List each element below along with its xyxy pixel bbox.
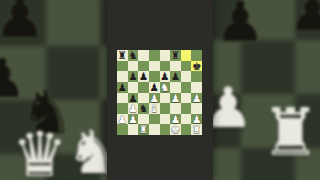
square-h7[interactable]: ♚ — [191, 61, 202, 72]
piece-white-pawn[interactable]: ♟ — [118, 114, 127, 125]
square-a4[interactable] — [117, 93, 128, 104]
piece-black-pawn[interactable]: ♟ — [171, 71, 180, 82]
piece-black-pawn[interactable]: ♟ — [149, 82, 158, 93]
square-a7[interactable] — [117, 61, 128, 72]
bg-white-queen-icon: ♛ — [12, 124, 68, 180]
piece-white-king[interactable]: ♚ — [171, 124, 180, 135]
square-g6[interactable] — [181, 71, 192, 82]
square-b6[interactable]: ♟ — [128, 71, 139, 82]
square-e3[interactable] — [160, 103, 171, 114]
square-d5[interactable]: ♟ — [149, 82, 160, 93]
square-a8[interactable]: ♜ — [117, 50, 128, 61]
piece-black-pawn[interactable]: ♟ — [128, 71, 137, 82]
piece-black-king[interactable]: ♚ — [192, 61, 201, 72]
square-e2[interactable] — [160, 114, 171, 125]
piece-black-pawn[interactable]: ♟ — [139, 71, 148, 82]
video-frame[interactable]: ♟♟♞♛♞ ♟♟♟♜ ♜♞♜♚♟♟♟♟♟♟♞♟♟♟♟♟♞♝♟♟♟♟♜♚♜ — [0, 0, 320, 180]
square-g4[interactable] — [181, 93, 192, 104]
square-f5[interactable] — [170, 82, 181, 93]
square-g7[interactable] — [181, 61, 192, 72]
piece-white-rook[interactable]: ♜ — [139, 124, 148, 135]
square-b1[interactable] — [128, 124, 139, 135]
square-e4[interactable] — [160, 93, 171, 104]
square-b8[interactable]: ♞ — [128, 50, 139, 61]
square-c6[interactable]: ♟ — [138, 71, 149, 82]
square-e5[interactable]: ♞ — [160, 82, 171, 93]
square-a5[interactable]: ♟ — [117, 82, 128, 93]
bg-white-pawn-icon: ♟ — [213, 80, 253, 136]
square-h1[interactable]: ♜ — [191, 124, 202, 135]
square-f1[interactable]: ♚ — [170, 124, 181, 135]
square-a2[interactable]: ♟ — [117, 114, 128, 125]
square-g5[interactable] — [181, 82, 192, 93]
square-g8[interactable] — [181, 50, 192, 61]
bg-black-pawn-icon: ♟ — [0, 0, 46, 46]
piece-black-rook[interactable]: ♜ — [171, 50, 180, 61]
square-f4[interactable]: ♟ — [170, 93, 181, 104]
square-g1[interactable] — [181, 124, 192, 135]
square-f6[interactable]: ♟ — [170, 71, 181, 82]
square-h6[interactable] — [191, 71, 202, 82]
square-c8[interactable] — [138, 50, 149, 61]
square-f8[interactable]: ♜ — [170, 50, 181, 61]
chess-board[interactable]: ♜♞♜♚♟♟♟♟♟♟♞♟♟♟♟♟♞♝♟♟♟♟♜♚♜ — [117, 50, 202, 135]
piece-white-pawn[interactable]: ♟ — [192, 93, 201, 104]
square-b2[interactable]: ♟ — [128, 114, 139, 125]
piece-black-knight[interactable]: ♞ — [139, 103, 148, 114]
piece-white-pawn[interactable]: ♟ — [128, 114, 137, 125]
square-b5[interactable] — [128, 82, 139, 93]
square-d1[interactable] — [149, 124, 160, 135]
piece-black-pawn[interactable]: ♟ — [118, 82, 127, 93]
square-d8[interactable] — [149, 50, 160, 61]
square-h4[interactable]: ♟ — [191, 93, 202, 104]
square-g3[interactable] — [181, 103, 192, 114]
background-blur-left: ♟♟♞♛♞ — [0, 0, 107, 180]
bg-white-rook-icon: ♜ — [261, 100, 320, 166]
square-e1[interactable] — [160, 124, 171, 135]
piece-white-rook[interactable]: ♜ — [192, 124, 201, 135]
bg-black-pawn-icon: ♟ — [289, 0, 320, 38]
bg-black-pawn-icon: ♟ — [215, 0, 265, 50]
square-c3[interactable]: ♞ — [138, 103, 149, 114]
square-a1[interactable] — [117, 124, 128, 135]
square-e8[interactable] — [160, 50, 171, 61]
background-blur-right: ♟♟♟♜ — [213, 0, 320, 180]
square-g2[interactable] — [181, 114, 192, 125]
piece-black-knight[interactable]: ♞ — [128, 50, 137, 61]
square-d7[interactable] — [149, 61, 160, 72]
bg-white-knight-icon: ♞ — [66, 122, 107, 180]
square-c1[interactable]: ♜ — [138, 124, 149, 135]
square-d3[interactable]: ♝ — [149, 103, 160, 114]
square-h5[interactable] — [191, 82, 202, 93]
piece-white-bishop[interactable]: ♝ — [149, 103, 158, 114]
square-c5[interactable] — [138, 82, 149, 93]
square-d2[interactable] — [149, 114, 160, 125]
piece-white-pawn[interactable]: ♟ — [171, 93, 180, 104]
piece-black-rook[interactable]: ♜ — [118, 50, 127, 61]
piece-white-knight[interactable]: ♞ — [160, 82, 169, 93]
